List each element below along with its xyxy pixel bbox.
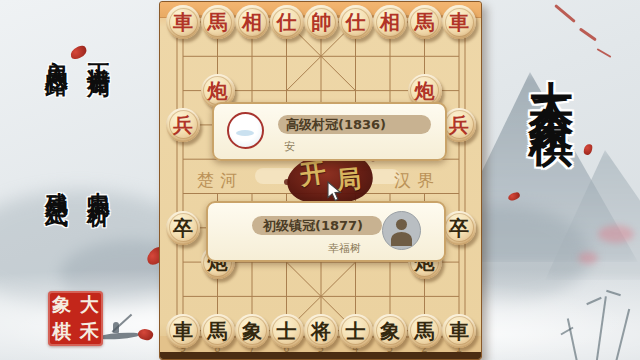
piece-red-f5r1[interactable]: 帥	[304, 5, 338, 39]
piece-red-f4r1[interactable]: 仕	[270, 5, 304, 39]
piece-red-f8r1[interactable]: 馬	[408, 5, 442, 39]
seal-char: 棋	[48, 319, 76, 347]
left-text-inner-bottom: 中局分析	[84, 173, 115, 189]
player-rank-bottom: 初级镇冠(1877)	[263, 216, 363, 235]
petal-streak	[554, 4, 576, 23]
piece-black-f6r10[interactable]: 士	[339, 314, 373, 348]
piece-red-f1r1[interactable]: 車	[166, 5, 200, 39]
pink-blossom-blur	[578, 252, 598, 264]
piece-red-f9r1[interactable]: 車	[442, 5, 476, 39]
seal-char: 大	[76, 291, 104, 319]
player-name-top: 安	[284, 139, 295, 154]
piece-black-f7r10[interactable]: 象	[373, 314, 407, 348]
left-text-inner-top: 正谱布局	[84, 45, 115, 61]
app-stage: 正谱布局 中局分析 入局思路 残局定式 象 大 棋 禾 大禾象棋	[0, 0, 640, 360]
left-text-outer-top: 入局思路	[42, 43, 73, 59]
avatar-bottom[interactable]	[382, 211, 421, 250]
piece-red-f3r1[interactable]: 相	[235, 5, 269, 39]
piece-black-f1r10[interactable]: 車	[166, 314, 200, 348]
brand-seal: 象 大 棋 禾	[48, 291, 103, 346]
piece-black-f1r7[interactable]: 卒	[166, 211, 200, 245]
piece-black-f3r10[interactable]: 象	[235, 314, 269, 348]
piece-red-f9r4[interactable]: 兵	[442, 108, 476, 142]
channel-title: 大禾象棋	[521, 44, 581, 100]
piece-black-f2r10[interactable]: 馬	[201, 314, 235, 348]
pink-blossom-blur	[598, 225, 634, 243]
avatar-top[interactable]	[227, 112, 264, 149]
piece-red-f7r1[interactable]: 相	[373, 5, 407, 39]
piece-black-f4r10[interactable]: 士	[270, 314, 304, 348]
player-card-top: 高级村冠(1836) 安	[212, 102, 447, 161]
seal-char: 禾	[76, 319, 104, 347]
player-rank-top: 高级村冠(1836)	[286, 115, 386, 134]
player-card-bottom: 初级镇冠(1877) 幸福树	[206, 201, 446, 262]
petal-streak	[597, 48, 612, 58]
seal-char: 象	[48, 291, 76, 319]
mouse-cursor-icon	[327, 181, 342, 202]
piece-red-f1r4[interactable]: 兵	[166, 108, 200, 142]
piece-black-f8r10[interactable]: 馬	[408, 314, 442, 348]
player-name-bottom: 幸福树	[328, 241, 361, 256]
left-text-outer-bottom: 残局定式	[42, 173, 73, 189]
petal-streak	[579, 27, 597, 41]
person-icon	[391, 232, 412, 246]
piece-black-f5r10[interactable]: 将	[304, 314, 338, 348]
petal-icon	[583, 143, 593, 155]
piece-black-f9r7[interactable]: 卒	[442, 211, 476, 245]
piece-red-f6r1[interactable]: 仕	[339, 5, 373, 39]
piece-red-f2r1[interactable]: 馬	[201, 5, 235, 39]
piece-black-f9r10[interactable]: 車	[442, 314, 476, 348]
person-icon	[396, 219, 407, 230]
river-label-right: 汉界	[394, 169, 440, 192]
river-label-left: 楚河	[197, 169, 243, 192]
